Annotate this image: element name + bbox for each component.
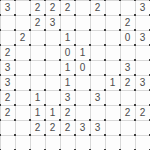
cell-r10-c2[interactable]: [15, 135, 30, 150]
cell-r6-c9-clue[interactable]: 2: [120, 75, 135, 90]
cell-r5-c9-clue[interactable]: 3: [120, 60, 135, 75]
grid-dot: [149, 14, 150, 16]
grid-dot: [149, 119, 150, 121]
cell-r6-c8-clue[interactable]: 1: [105, 75, 120, 90]
grid-dot: [74, 149, 76, 150]
cell-r9-c10[interactable]: [135, 120, 150, 135]
grid-dot: [0, 14, 1, 16]
cell-r9-c6-clue[interactable]: 3: [75, 120, 90, 135]
grid-dot: [14, 29, 16, 31]
grid-dot: [59, 14, 61, 16]
grid-dot: [59, 74, 61, 76]
grid-dot: [0, 74, 1, 76]
grid-dot: [44, 0, 46, 1]
cell-r2-c9-clue[interactable]: 2: [120, 15, 135, 30]
cell-r2-c5[interactable]: [60, 15, 75, 30]
cell-r8-c7[interactable]: [90, 105, 105, 120]
cell-r10-c3[interactable]: [30, 135, 45, 150]
cell-r4-c4[interactable]: [45, 45, 60, 60]
cell-r3-c4[interactable]: [45, 30, 60, 45]
grid-dot: [104, 29, 106, 31]
cell-r8-c5-clue[interactable]: 2: [60, 105, 75, 120]
grid-dot: [89, 74, 91, 76]
cell-r2-c8[interactable]: [105, 15, 120, 30]
cell-r5-c3[interactable]: [30, 60, 45, 75]
grid-dot: [74, 74, 76, 76]
cell-r8-c6[interactable]: [75, 105, 90, 120]
grid-dot: [89, 104, 91, 106]
cell-r1-c3-clue[interactable]: 2: [30, 0, 45, 15]
grid-dot: [104, 149, 106, 150]
grid-dot: [74, 29, 76, 31]
cell-r8-c9-clue[interactable]: 2: [120, 105, 135, 120]
cell-r4-c3[interactable]: [30, 45, 45, 60]
grid-dot: [14, 104, 16, 106]
grid-dot: [149, 149, 150, 150]
grid-dot: [134, 119, 136, 121]
cell-r3-c6[interactable]: [75, 30, 90, 45]
cell-r10-c1[interactable]: [0, 135, 15, 150]
cell-r5-c2[interactable]: [15, 60, 30, 75]
cell-r7-c1-clue[interactable]: 2: [0, 90, 15, 105]
grid-dot: [119, 14, 121, 16]
grid-dot: [59, 89, 61, 91]
cell-r6-c2[interactable]: [15, 75, 30, 90]
cell-r5-c10[interactable]: [135, 60, 150, 75]
grid-dot: [134, 74, 136, 76]
cell-r1-c2[interactable]: [15, 0, 30, 15]
grid-dot: [44, 119, 46, 121]
cell-r7-c5-clue[interactable]: 3: [60, 90, 75, 105]
grid-dot: [89, 0, 91, 1]
grid-dot: [89, 119, 91, 121]
grid-dot: [119, 89, 121, 91]
grid-dot: [59, 134, 61, 136]
grid-dot: [104, 119, 106, 121]
grid-dot: [89, 59, 91, 61]
grid-dot: [74, 104, 76, 106]
grid-dot: [14, 134, 16, 136]
cell-r4-c1-clue[interactable]: 2: [0, 45, 15, 60]
cell-r4-c8[interactable]: [105, 45, 120, 60]
cell-r3-c10-clue[interactable]: 3: [135, 30, 150, 45]
cell-r3-c3[interactable]: [30, 30, 45, 45]
cell-r7-c2[interactable]: [15, 90, 30, 105]
grid-dot: [29, 74, 31, 76]
cell-r8-c2[interactable]: [15, 105, 30, 120]
grid-dot: [119, 29, 121, 31]
grid-dot: [59, 119, 61, 121]
grid-dot: [149, 134, 150, 136]
grid-dot: [74, 134, 76, 136]
grid-dot: [29, 59, 31, 61]
cell-r6-c1-clue[interactable]: 3: [0, 75, 15, 90]
grid-dot: [0, 149, 1, 150]
grid-dot: [149, 0, 150, 1]
grid-dot: [134, 14, 136, 16]
grid-dot: [149, 104, 150, 106]
grid-dot: [74, 119, 76, 121]
grid-dot: [119, 149, 121, 150]
grid-dot: [89, 134, 91, 136]
grid-dot: [29, 44, 31, 46]
grid-dot: [0, 134, 1, 136]
cell-r2-c4-clue[interactable]: 3: [45, 15, 60, 30]
cell-r3-c2-clue[interactable]: 2: [15, 30, 30, 45]
cell-r3-c5-clue[interactable]: 1: [60, 30, 75, 45]
grid-dot: [44, 59, 46, 61]
grid-dot: [104, 44, 106, 46]
cell-r8-c1-clue[interactable]: 2: [0, 105, 15, 120]
grid-dot: [14, 14, 16, 16]
cell-r5-c5-clue[interactable]: 1: [60, 60, 75, 75]
cell-r8-c8[interactable]: [105, 105, 120, 120]
grid-dot: [89, 89, 91, 91]
grid-dot: [119, 104, 121, 106]
cell-r5-c4[interactable]: [45, 60, 60, 75]
grid-dot: [104, 59, 106, 61]
grid-dot: [44, 134, 46, 136]
grid-dot: [104, 89, 106, 91]
cell-r4-c10[interactable]: [135, 45, 150, 60]
cell-r9-c1[interactable]: [0, 120, 15, 135]
grid-dot: [134, 89, 136, 91]
grid-dot: [29, 104, 31, 106]
grid-dot: [89, 14, 91, 16]
cell-r2-c6[interactable]: [75, 15, 90, 30]
grid-dot: [59, 44, 61, 46]
grid-dot: [89, 29, 91, 31]
grid-dot: [0, 104, 1, 106]
cell-r5-c8[interactable]: [105, 60, 120, 75]
grid-dot: [134, 29, 136, 31]
cell-r5-c7[interactable]: [90, 60, 105, 75]
grid-dot: [149, 74, 150, 76]
grid-dot: [0, 29, 1, 31]
grid-dot: [0, 119, 1, 121]
grid-dot: [134, 0, 136, 1]
grid-dot: [44, 14, 46, 16]
grid-dot: [0, 44, 1, 46]
grid-dot: [59, 149, 61, 150]
cell-r9-c2[interactable]: [15, 120, 30, 135]
grid-dot: [134, 149, 136, 150]
cell-r6-c4[interactable]: [45, 75, 60, 90]
grid-dot: [89, 44, 91, 46]
grid-dot: [14, 149, 16, 150]
cell-r6-c7[interactable]: [90, 75, 105, 90]
cell-r3-c1[interactable]: [0, 30, 15, 45]
cell-r1-c8[interactable]: [105, 0, 120, 15]
grid-dot: [29, 0, 31, 1]
cell-r7-c3-clue[interactable]: 1: [30, 90, 45, 105]
grid-dot: [59, 104, 61, 106]
grid-dot: [104, 134, 106, 136]
cell-r1-c7-clue[interactable]: 2: [90, 0, 105, 15]
grid-dot: [44, 44, 46, 46]
cell-r4-c9[interactable]: [120, 45, 135, 60]
cell-r10-c7[interactable]: [90, 135, 105, 150]
cell-r7-c10[interactable]: [135, 90, 150, 105]
grid-dot: [104, 14, 106, 16]
cell-r5-c6-clue[interactable]: 0: [75, 60, 90, 75]
cell-r9-c8[interactable]: [105, 120, 120, 135]
grid-dot: [44, 29, 46, 31]
grid-dot: [134, 44, 136, 46]
cell-r7-c9[interactable]: [120, 90, 135, 105]
grid-dot: [59, 59, 61, 61]
cell-r7-c4[interactable]: [45, 90, 60, 105]
cell-r4-c6-clue[interactable]: 1: [75, 45, 90, 60]
cell-r7-c7-clue[interactable]: 3: [90, 90, 105, 105]
cell-r2-c10[interactable]: [135, 15, 150, 30]
grid-dot: [14, 74, 16, 76]
cell-r10-c10[interactable]: [135, 135, 150, 150]
cell-r8-c4-clue[interactable]: 1: [45, 105, 60, 120]
cell-r10-c5[interactable]: [60, 135, 75, 150]
grid-dot: [149, 29, 150, 31]
grid-dot: [44, 104, 46, 106]
grid-dot: [29, 89, 31, 91]
cell-r5-c1-clue[interactable]: 3: [0, 60, 15, 75]
cell-r1-c6[interactable]: [75, 0, 90, 15]
grid-dot: [119, 59, 121, 61]
grid-dot: [14, 119, 16, 121]
cell-r4-c2[interactable]: [15, 45, 30, 60]
cell-r7-c6[interactable]: [75, 90, 90, 105]
cell-r2-c2[interactable]: [15, 15, 30, 30]
grid-dot: [119, 44, 121, 46]
grid-dot: [104, 74, 106, 76]
grid-dot: [74, 89, 76, 91]
cell-r9-c7-clue[interactable]: 3: [90, 120, 105, 135]
grid-dot: [74, 14, 76, 16]
cell-r6-c10-clue[interactable]: 3: [135, 75, 150, 90]
grid-dot: [14, 89, 16, 91]
cell-r2-c1[interactable]: [0, 15, 15, 30]
cell-r1-c4-clue[interactable]: 2: [45, 0, 60, 15]
cell-r1-c9[interactable]: [120, 0, 135, 15]
grid-dot: [104, 104, 106, 106]
grid-dot: [134, 134, 136, 136]
cell-r8-c3-clue[interactable]: 1: [30, 105, 45, 120]
grid-dot: [59, 0, 61, 1]
grid-dot: [119, 74, 121, 76]
grid-dot: [74, 44, 76, 46]
grid-dot: [29, 134, 31, 136]
cell-r10-c8[interactable]: [105, 135, 120, 150]
grid-dot: [14, 44, 16, 46]
grid-dot: [29, 119, 31, 121]
grid-dot: [0, 0, 1, 1]
cell-r4-c7[interactable]: [90, 45, 105, 60]
grid-dot: [0, 59, 1, 61]
slitherlink-board[interactable]: 3222232322103201310331123213321122222233: [0, 0, 150, 150]
cell-r6-c6[interactable]: [75, 75, 90, 90]
grid-dot: [74, 0, 76, 1]
grid-dot: [29, 29, 31, 31]
cell-r9-c5-clue[interactable]: 2: [60, 120, 75, 135]
grid-dot: [149, 59, 150, 61]
grid-dot: [14, 0, 16, 1]
grid-dot: [149, 89, 150, 91]
grid-dot: [119, 0, 121, 1]
cell-r10-c4[interactable]: [45, 135, 60, 150]
cell-r8-c10-clue[interactable]: 2: [135, 105, 150, 120]
cell-r4-c5-clue[interactable]: 0: [60, 45, 75, 60]
cell-r1-c5-clue[interactable]: 2: [60, 0, 75, 15]
cell-r3-c7[interactable]: [90, 30, 105, 45]
cell-r1-c1-clue[interactable]: 3: [0, 0, 15, 15]
grid-dot: [59, 29, 61, 31]
cell-r10-c6[interactable]: [75, 135, 90, 150]
cell-r9-c4-clue[interactable]: 2: [45, 120, 60, 135]
grid-dot: [89, 149, 91, 150]
grid-dot: [44, 89, 46, 91]
cell-r3-c9-clue[interactable]: 0: [120, 30, 135, 45]
grid-dot: [104, 0, 106, 1]
grid-dot: [44, 149, 46, 150]
grid-dot: [134, 104, 136, 106]
cell-r10-c9[interactable]: [120, 135, 135, 150]
cell-r9-c9[interactable]: [120, 120, 135, 135]
grid-dot: [29, 14, 31, 16]
grid-dot: [74, 59, 76, 61]
grid-dot: [44, 74, 46, 76]
cell-r2-c3-clue[interactable]: 2: [30, 15, 45, 30]
grid-dot: [29, 149, 31, 150]
cell-r3-c8[interactable]: [105, 30, 120, 45]
cell-r2-c7[interactable]: [90, 15, 105, 30]
grid-dot: [119, 134, 121, 136]
grid-dot: [0, 89, 1, 91]
grid-dot: [14, 59, 16, 61]
cell-r1-c10-clue[interactable]: 3: [135, 0, 150, 15]
grid-dot: [134, 59, 136, 61]
cell-r6-c5-clue[interactable]: 1: [60, 75, 75, 90]
grid-dot: [119, 119, 121, 121]
cell-r6-c3[interactable]: [30, 75, 45, 90]
cell-r9-c3-clue[interactable]: 2: [30, 120, 45, 135]
grid-dot: [149, 44, 150, 46]
cell-r7-c8[interactable]: [105, 90, 120, 105]
